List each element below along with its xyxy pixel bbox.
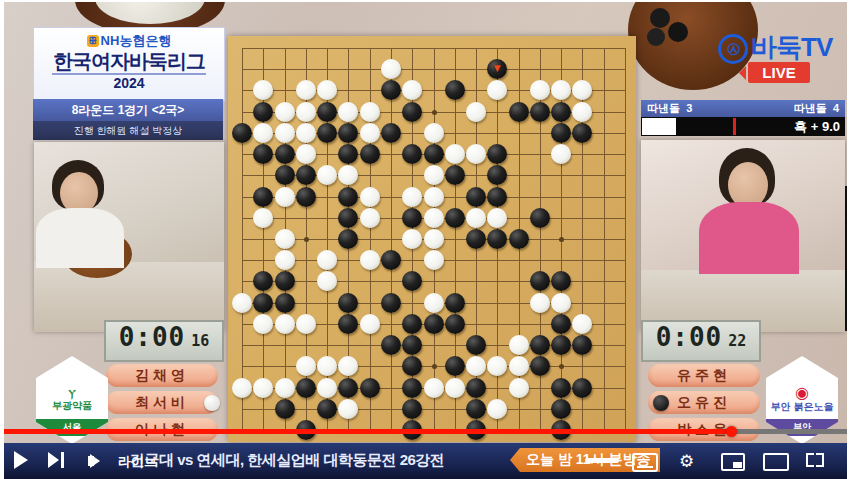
- black-stone: [402, 144, 422, 164]
- fullscreen-icon[interactable]: [806, 453, 824, 467]
- black-stone: [338, 144, 358, 164]
- board-line: [604, 48, 605, 430]
- black-stone: [317, 102, 337, 122]
- star-point: [432, 364, 437, 369]
- baduktv-ring-icon: ㉦: [718, 34, 748, 64]
- black-stone: [402, 399, 422, 419]
- white-stone: [275, 123, 295, 143]
- next-button[interactable]: [48, 452, 64, 468]
- black-stone-in-bowl: [668, 22, 688, 42]
- white-stone: [232, 378, 252, 398]
- white-stone: [275, 314, 295, 334]
- black-stone: [232, 123, 252, 143]
- black-stone: [296, 165, 316, 185]
- star-point: [559, 237, 564, 242]
- black-stone: [402, 102, 422, 122]
- black-stone: [253, 293, 273, 313]
- black-stone: [381, 80, 401, 100]
- white-stone: [232, 293, 252, 313]
- black-stone: [275, 293, 295, 313]
- nh-logo-icon: ꕥ: [87, 35, 99, 47]
- white-stone: [317, 165, 337, 185]
- black-stone: [338, 187, 358, 207]
- black-stone: [487, 165, 507, 185]
- black-stone: [338, 123, 358, 143]
- white-stone: [296, 102, 316, 122]
- star-point: [304, 237, 309, 242]
- white-stone: [487, 399, 507, 419]
- white-stone: [275, 102, 295, 122]
- black-stone: [509, 102, 529, 122]
- white-stone: [296, 123, 316, 143]
- black-stone: [445, 80, 465, 100]
- white-stone: [530, 293, 550, 313]
- black-stone: [296, 378, 316, 398]
- white-stone: [360, 208, 380, 228]
- ticker-text: 건국대 vs 연세대, 한세실업배 대학동문전 26강전: [130, 451, 444, 470]
- black-stone: [381, 123, 401, 143]
- white-stone: [275, 378, 295, 398]
- broadcast-frame: ▼ ꕥNH농협은행 한국여자바둑리그 2024 8라운드 1경기 <2국> 진행…: [0, 0, 850, 479]
- white-stone: [424, 250, 444, 270]
- white-stone: [445, 144, 465, 164]
- white-stone: [317, 80, 337, 100]
- black-stone: [530, 208, 550, 228]
- progress-knob[interactable]: [726, 426, 737, 437]
- black-stone: [317, 123, 337, 143]
- black-stone: [402, 335, 422, 355]
- white-stone: [253, 80, 273, 100]
- white-stone: [530, 80, 550, 100]
- black-stone: [402, 356, 422, 376]
- live-indicator[interactable]: 라이브: [118, 453, 157, 471]
- white-stone: [487, 80, 507, 100]
- white-stone: [509, 356, 529, 376]
- volume-slider[interactable]: [585, 458, 619, 463]
- white-stone: [296, 80, 316, 100]
- white-stone: [360, 102, 380, 122]
- black-stone: [338, 229, 358, 249]
- settings-gear-icon[interactable]: ⚙: [679, 451, 694, 472]
- black-stone: [253, 187, 273, 207]
- white-stone: [487, 208, 507, 228]
- white-stone: [487, 356, 507, 376]
- white-stone: [424, 293, 444, 313]
- white-stone: [466, 102, 486, 122]
- last-move-marker: ▼: [491, 61, 503, 75]
- black-stone: [572, 335, 592, 355]
- left-clock: 0:0016: [104, 320, 224, 362]
- white-stone: [275, 187, 295, 207]
- star-point: [559, 364, 564, 369]
- white-stone: [466, 208, 486, 228]
- white-stone: [253, 123, 273, 143]
- white-stone: [360, 250, 380, 270]
- staff-info: 진행 한해원 해설 박정상: [33, 121, 223, 140]
- black-stone: [338, 378, 358, 398]
- black-stone: [402, 271, 422, 291]
- white-stone: [551, 144, 571, 164]
- white-stone: [402, 80, 422, 100]
- capture-score-panel: 따낸돌 3 따낸돌 4 흑 + 9.0: [641, 100, 845, 136]
- play-button[interactable]: [14, 451, 28, 469]
- sponsor-mark-icon: Ⲩ: [68, 388, 75, 399]
- captures-black: 따낸돌 4: [794, 101, 839, 116]
- black-stone: [253, 271, 273, 291]
- board-line: [625, 48, 626, 430]
- black-stone: [551, 314, 571, 334]
- white-stone: [317, 271, 337, 291]
- black-stone: [530, 102, 550, 122]
- white-stone: [445, 378, 465, 398]
- go-board[interactable]: ▼: [228, 36, 636, 442]
- black-stone: [551, 123, 571, 143]
- black-stone: [466, 335, 486, 355]
- black-stone: [445, 208, 465, 228]
- black-stone: [338, 293, 358, 313]
- bank-logo: ꕥNH농협은행: [34, 32, 224, 50]
- white-stone: [338, 102, 358, 122]
- black-stone-in-bowl: [647, 28, 665, 46]
- black-stone: [466, 187, 486, 207]
- black-stone: [445, 165, 465, 185]
- black-stone: [466, 378, 486, 398]
- score-bar: 흑 + 9.0: [641, 117, 845, 136]
- black-stone: [381, 250, 401, 270]
- sponsor-mark-icon: ◉: [795, 384, 809, 401]
- black-stone: [424, 144, 444, 164]
- black-stone: [551, 271, 571, 291]
- baduktv-logo: ㉦바둑TV: [718, 30, 832, 65]
- black-stone: [572, 378, 592, 398]
- league-title: 한국여자바둑리그: [34, 50, 224, 72]
- black-stone: [338, 314, 358, 334]
- theater-mode-icon[interactable]: [763, 453, 789, 471]
- white-stone: [275, 229, 295, 249]
- white-stone: [572, 80, 592, 100]
- black-stone: [487, 144, 507, 164]
- white-stone: [572, 102, 592, 122]
- score-estimate: 흑 + 9.0: [794, 118, 840, 136]
- league-year: 2024: [52, 73, 206, 91]
- black-stone: [530, 271, 550, 291]
- left-player-2: 최서비: [106, 391, 218, 414]
- black-stone: [360, 378, 380, 398]
- white-stone: [466, 356, 486, 376]
- white-stone: [424, 229, 444, 249]
- black-stone: [338, 208, 358, 228]
- left-player-video: [34, 142, 224, 332]
- white-stone: [296, 314, 316, 334]
- white-stone: [360, 187, 380, 207]
- black-stone: [487, 229, 507, 249]
- black-stone: [296, 187, 316, 207]
- black-stone: [275, 165, 295, 185]
- black-stone: [445, 356, 465, 376]
- white-stone: [296, 144, 316, 164]
- white-stone: [317, 356, 337, 376]
- league-banner: ꕥNH농협은행 한국여자바둑리그 2024: [33, 27, 225, 101]
- white-stone: [253, 378, 273, 398]
- white-stone: [317, 250, 337, 270]
- white-stone: [424, 378, 444, 398]
- captures-white: 따낸돌 3: [647, 101, 692, 116]
- white-stone: [253, 314, 273, 334]
- black-stone: [381, 293, 401, 313]
- white-stone: [338, 399, 358, 419]
- white-stone: [296, 356, 316, 376]
- black-stone: [424, 314, 444, 334]
- black-stone: [445, 293, 465, 313]
- black-stone: [445, 314, 465, 334]
- volume-icon[interactable]: [88, 454, 100, 468]
- black-stone: [402, 378, 422, 398]
- white-stone: [466, 144, 486, 164]
- black-stone: [551, 378, 571, 398]
- black-stone: [275, 271, 295, 291]
- black-stone: [530, 335, 550, 355]
- white-stone: [253, 208, 273, 228]
- white-stone: [424, 208, 444, 228]
- white-stone: [317, 378, 337, 398]
- white-stone: [424, 123, 444, 143]
- black-stone: [509, 229, 529, 249]
- right-player-1: 유주현: [648, 364, 760, 387]
- white-stone: [551, 80, 571, 100]
- white-stone: [509, 335, 529, 355]
- white-stone: [572, 314, 592, 334]
- white-stone: [360, 314, 380, 334]
- white-stone: [360, 123, 380, 143]
- black-turn-dot: [653, 395, 669, 411]
- white-stone: [275, 250, 295, 270]
- video-progress-bar[interactable]: [0, 429, 850, 434]
- round-info: 8라운드 1경기 <2국>: [33, 99, 223, 121]
- black-stone: [551, 102, 571, 122]
- white-stone: [509, 378, 529, 398]
- subtitles-icon[interactable]: [632, 453, 658, 472]
- black-stone: [551, 399, 571, 419]
- black-stone: [466, 229, 486, 249]
- right-player-video: [641, 140, 845, 332]
- black-stone: [381, 335, 401, 355]
- white-stone: [424, 187, 444, 207]
- white-stone: [424, 165, 444, 185]
- black-stone: [551, 335, 571, 355]
- white-stone: [402, 187, 422, 207]
- black-stone: [572, 123, 592, 143]
- black-stone: [360, 144, 380, 164]
- live-badge: LIVE: [748, 62, 810, 83]
- black-stone: [275, 399, 295, 419]
- white-score-segment: [642, 118, 676, 135]
- white-stone: [402, 229, 422, 249]
- black-stone: [530, 356, 550, 376]
- white-stone: [381, 59, 401, 79]
- left-player-1: 김채영: [106, 364, 218, 387]
- right-clock: 0:0022: [641, 320, 761, 362]
- white-turn-dot: [204, 395, 220, 411]
- black-stone: [402, 314, 422, 334]
- black-stone: [275, 144, 295, 164]
- score-tick: [733, 118, 736, 135]
- black-stone: [466, 399, 486, 419]
- black-stone: [487, 187, 507, 207]
- white-stone: [338, 356, 358, 376]
- black-stone: [317, 399, 337, 419]
- miniplayer-icon[interactable]: [721, 453, 745, 471]
- progress-played: [0, 429, 731, 434]
- white-stone: [338, 165, 358, 185]
- black-stone-in-bowl: [650, 8, 670, 28]
- black-stone: [253, 102, 273, 122]
- black-stone: [402, 208, 422, 228]
- star-point: [432, 110, 437, 115]
- black-stone: [253, 144, 273, 164]
- white-stone: [551, 293, 571, 313]
